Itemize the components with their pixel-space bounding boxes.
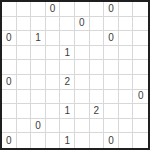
clue-digit: 0 bbox=[50, 4, 56, 14]
empty-cell-r9c6[interactable] bbox=[75, 119, 90, 134]
empty-cell-r10c7[interactable] bbox=[90, 133, 105, 148]
clue-digit: 2 bbox=[64, 77, 70, 87]
clue-cell-r1c4[interactable]: 0 bbox=[46, 2, 61, 17]
empty-cell-r3c10[interactable] bbox=[133, 31, 148, 46]
empty-cell-r4c9[interactable] bbox=[119, 46, 134, 61]
empty-cell-r1c2[interactable] bbox=[17, 2, 32, 17]
clue-digit: 0 bbox=[108, 4, 114, 14]
empty-cell-r9c2[interactable] bbox=[17, 119, 32, 134]
empty-cell-r4c7[interactable] bbox=[90, 46, 105, 61]
empty-cell-r6c4[interactable] bbox=[46, 75, 61, 90]
empty-cell-r8c3[interactable] bbox=[31, 104, 46, 119]
clue-cell-r10c1[interactable]: 0 bbox=[2, 133, 17, 148]
empty-cell-r5c4[interactable] bbox=[46, 60, 61, 75]
clue-digit: 0 bbox=[6, 136, 12, 146]
empty-cell-r5c5[interactable] bbox=[60, 60, 75, 75]
empty-cell-r7c9[interactable] bbox=[119, 90, 134, 105]
empty-cell-r4c4[interactable] bbox=[46, 46, 61, 61]
clue-cell-r6c1[interactable]: 0 bbox=[2, 75, 17, 90]
empty-cell-r6c10[interactable] bbox=[133, 75, 148, 90]
clue-digit: 0 bbox=[138, 91, 144, 101]
empty-cell-r3c5[interactable] bbox=[60, 31, 75, 46]
empty-cell-r1c7[interactable] bbox=[90, 2, 105, 17]
empty-cell-r2c4[interactable] bbox=[46, 17, 61, 32]
empty-cell-r6c3[interactable] bbox=[31, 75, 46, 90]
clue-digit: 0 bbox=[108, 33, 114, 43]
empty-cell-r2c8[interactable] bbox=[104, 17, 119, 32]
empty-cell-r2c5[interactable] bbox=[60, 17, 75, 32]
empty-cell-r8c8[interactable] bbox=[104, 104, 119, 119]
clue-digit: 0 bbox=[79, 18, 85, 28]
clue-digit: 0 bbox=[108, 136, 114, 146]
empty-cell-r10c9[interactable] bbox=[119, 133, 134, 148]
empty-cell-r4c2[interactable] bbox=[17, 46, 32, 61]
empty-cell-r6c7[interactable] bbox=[90, 75, 105, 90]
empty-cell-r3c6[interactable] bbox=[75, 31, 90, 46]
empty-cell-r5c2[interactable] bbox=[17, 60, 32, 75]
clue-cell-r3c8[interactable]: 0 bbox=[104, 31, 119, 46]
empty-cell-r7c7[interactable] bbox=[90, 90, 105, 105]
empty-cell-r7c2[interactable] bbox=[17, 90, 32, 105]
clue-digit: 0 bbox=[35, 121, 41, 131]
empty-cell-r4c8[interactable] bbox=[104, 46, 119, 61]
empty-cell-r5c8[interactable] bbox=[104, 60, 119, 75]
empty-cell-r2c3[interactable] bbox=[31, 17, 46, 32]
empty-cell-r4c10[interactable] bbox=[133, 46, 148, 61]
empty-cell-r2c10[interactable] bbox=[133, 17, 148, 32]
empty-cell-r1c3[interactable] bbox=[31, 2, 46, 17]
clue-digit: 1 bbox=[64, 136, 70, 146]
clue-digit: 0 bbox=[6, 33, 12, 43]
empty-cell-r8c10[interactable] bbox=[133, 104, 148, 119]
empty-cell-r1c5[interactable] bbox=[60, 2, 75, 17]
clue-cell-r10c5[interactable]: 1 bbox=[60, 133, 75, 148]
empty-cell-r10c3[interactable] bbox=[31, 133, 46, 148]
empty-cell-r9c9[interactable] bbox=[119, 119, 134, 134]
empty-cell-r4c6[interactable] bbox=[75, 46, 90, 61]
empty-cell-r4c3[interactable] bbox=[31, 46, 46, 61]
empty-cell-r10c2[interactable] bbox=[17, 133, 32, 148]
empty-cell-r7c4[interactable] bbox=[46, 90, 61, 105]
empty-cell-r5c7[interactable] bbox=[90, 60, 105, 75]
empty-cell-r7c5[interactable] bbox=[60, 90, 75, 105]
empty-cell-r3c2[interactable] bbox=[17, 31, 32, 46]
empty-cell-r10c4[interactable] bbox=[46, 133, 61, 148]
empty-cell-r3c7[interactable] bbox=[90, 31, 105, 46]
empty-cell-r8c6[interactable] bbox=[75, 104, 90, 119]
empty-cell-r1c1[interactable] bbox=[2, 2, 17, 17]
empty-cell-r5c10[interactable] bbox=[133, 60, 148, 75]
clue-cell-r9c3[interactable]: 0 bbox=[31, 119, 46, 134]
clue-digit: 0 bbox=[6, 77, 12, 87]
empty-cell-r5c3[interactable] bbox=[31, 60, 46, 75]
clue-digit: 2 bbox=[94, 106, 100, 116]
clue-cell-r3c3[interactable]: 1 bbox=[31, 31, 46, 46]
empty-cell-r9c8[interactable] bbox=[104, 119, 119, 134]
clue-cell-r8c5[interactable]: 1 bbox=[60, 104, 75, 119]
empty-cell-r7c1[interactable] bbox=[2, 90, 17, 105]
clue-digit: 1 bbox=[35, 33, 41, 43]
clue-cell-r8c7[interactable]: 2 bbox=[90, 104, 105, 119]
empty-cell-r2c2[interactable] bbox=[17, 17, 32, 32]
clue-cell-r1c8[interactable]: 0 bbox=[104, 2, 119, 17]
empty-cell-r9c1[interactable] bbox=[2, 119, 17, 134]
empty-cell-r1c10[interactable] bbox=[133, 2, 148, 17]
empty-cell-r5c9[interactable] bbox=[119, 60, 134, 75]
empty-cell-r8c2[interactable] bbox=[17, 104, 32, 119]
clue-cell-r3c1[interactable]: 0 bbox=[2, 31, 17, 46]
clue-digit: 1 bbox=[64, 48, 70, 58]
clue-cell-r6c5[interactable]: 2 bbox=[60, 75, 75, 90]
clue-cell-r2c6[interactable]: 0 bbox=[75, 17, 90, 32]
empty-cell-r7c3[interactable] bbox=[31, 90, 46, 105]
empty-cell-r2c1[interactable] bbox=[2, 17, 17, 32]
empty-cell-r1c9[interactable] bbox=[119, 2, 134, 17]
clue-cell-r7c10[interactable]: 0 bbox=[133, 90, 148, 105]
empty-cell-r3c9[interactable] bbox=[119, 31, 134, 46]
clue-cell-r4c5[interactable]: 1 bbox=[60, 46, 75, 61]
clue-cell-r10c8[interactable]: 0 bbox=[104, 133, 119, 148]
empty-cell-r7c8[interactable] bbox=[104, 90, 119, 105]
empty-cell-r7c6[interactable] bbox=[75, 90, 90, 105]
empty-cell-r5c6[interactable] bbox=[75, 60, 90, 75]
empty-cell-r6c2[interactable] bbox=[17, 75, 32, 90]
empty-cell-r9c10[interactable] bbox=[133, 119, 148, 134]
empty-cell-r2c7[interactable] bbox=[90, 17, 105, 32]
empty-cell-r6c8[interactable] bbox=[104, 75, 119, 90]
empty-cell-r8c4[interactable] bbox=[46, 104, 61, 119]
empty-cell-r4c1[interactable] bbox=[2, 46, 17, 61]
empty-cell-r9c7[interactable] bbox=[90, 119, 105, 134]
empty-cell-r8c9[interactable] bbox=[119, 104, 134, 119]
empty-cell-r10c6[interactable] bbox=[75, 133, 90, 148]
empty-cell-r6c9[interactable] bbox=[119, 75, 134, 90]
clue-digit: 1 bbox=[64, 106, 70, 116]
empty-cell-r2c9[interactable] bbox=[119, 17, 134, 32]
empty-cell-r9c4[interactable] bbox=[46, 119, 61, 134]
empty-cell-r6c6[interactable] bbox=[75, 75, 90, 90]
empty-cell-r5c1[interactable] bbox=[2, 60, 17, 75]
puzzle-board: 0000101020120010 bbox=[0, 0, 150, 150]
empty-cell-r1c6[interactable] bbox=[75, 2, 90, 17]
empty-cell-r10c10[interactable] bbox=[133, 133, 148, 148]
empty-cell-r3c4[interactable] bbox=[46, 31, 61, 46]
empty-cell-r9c5[interactable] bbox=[60, 119, 75, 134]
empty-cell-r8c1[interactable] bbox=[2, 104, 17, 119]
